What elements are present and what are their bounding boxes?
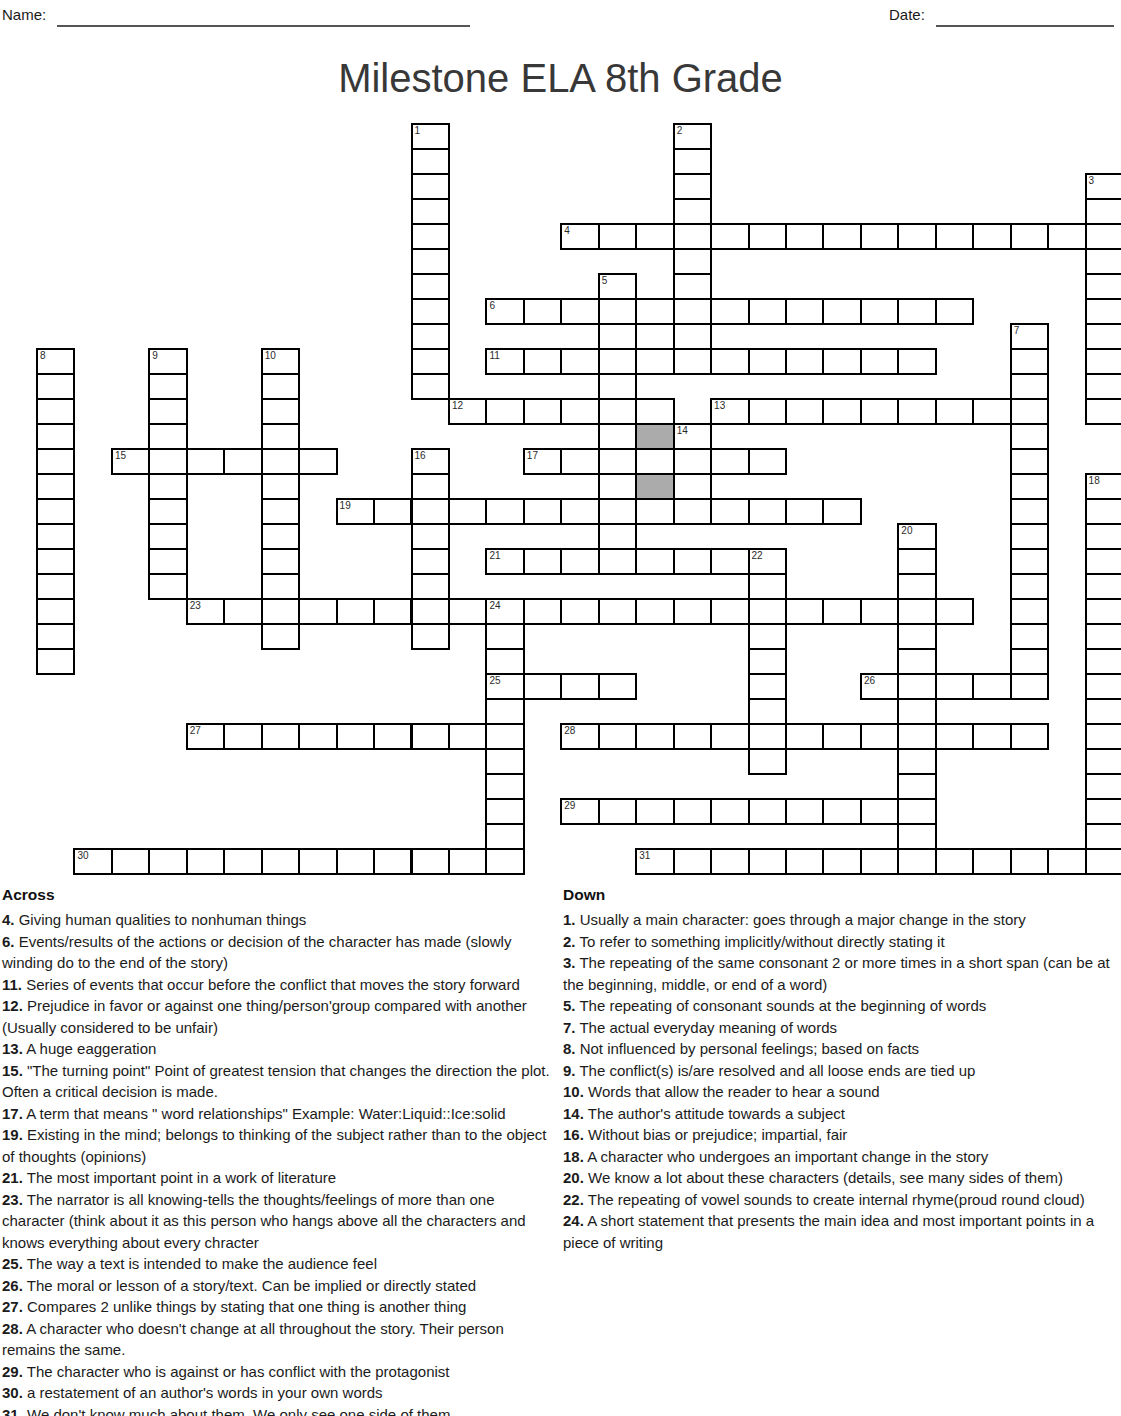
grid-cell[interactable] [411,248,450,275]
grid-cell[interactable] [748,398,787,425]
grid-cell[interactable] [748,673,787,700]
grid-cell[interactable] [785,348,824,375]
grid-cell[interactable] [1010,548,1049,575]
grid-cell[interactable] [748,223,787,250]
grid-cell[interactable] [935,398,974,425]
grid-cell[interactable] [935,723,974,750]
grid-cell[interactable] [261,523,300,550]
grid-cell[interactable] [635,398,674,425]
grid-cell[interactable] [1085,723,1121,750]
grid-cell[interactable] [411,473,450,500]
grid-cell[interactable] [785,798,824,825]
grid-cell[interactable] [673,598,712,625]
grid-cell[interactable] [897,823,936,850]
grid-cell[interactable]: 3 [1085,173,1121,200]
grid-cell[interactable] [822,398,861,425]
grid-cell[interactable]: 4 [560,223,599,250]
grid-cell[interactable] [1085,523,1121,550]
grid-cell[interactable] [560,598,599,625]
grid-cell[interactable] [748,848,787,875]
grid-cell[interactable] [485,623,524,650]
grid-cell[interactable] [635,598,674,625]
grid-cell[interactable] [261,598,300,625]
grid-cell[interactable] [748,348,787,375]
grid-cell[interactable] [748,648,787,675]
grid-cell[interactable] [111,848,150,875]
grid-cell[interactable] [673,198,712,225]
grid-cell[interactable] [1010,398,1049,425]
grid-cell[interactable]: 28 [560,723,599,750]
grid-cell[interactable] [598,548,637,575]
grid-cell[interactable]: 18 [1085,473,1121,500]
grid-cell[interactable] [1047,223,1086,250]
grid-cell[interactable] [36,523,75,550]
grid-cell[interactable]: 16 [411,448,450,475]
grid-cell[interactable] [261,423,300,450]
grid-cell[interactable] [860,598,899,625]
grid-cell[interactable]: 25 [485,673,524,700]
grid-cell[interactable] [373,848,412,875]
grid-cell[interactable] [972,398,1011,425]
grid-cell[interactable] [560,398,599,425]
grid-cell[interactable] [897,848,936,875]
grid-cell[interactable] [1010,723,1049,750]
grid-cell[interactable] [261,623,300,650]
grid-cell[interactable] [261,723,300,750]
grid-cell[interactable] [1010,623,1049,650]
grid-cell[interactable] [1085,198,1121,225]
grid-cell[interactable] [673,348,712,375]
grid-cell[interactable] [598,323,637,350]
grid-cell[interactable] [897,723,936,750]
grid-cell[interactable] [635,448,674,475]
grid-cell[interactable]: 27 [186,723,225,750]
grid-cell[interactable] [411,523,450,550]
grid-cell[interactable] [822,223,861,250]
grid-cell[interactable] [673,498,712,525]
grid-cell[interactable] [523,348,562,375]
grid-cell[interactable] [485,798,524,825]
grid-cell[interactable] [1085,298,1121,325]
grid-cell[interactable] [748,698,787,725]
grid-cell[interactable] [411,848,450,875]
grid-cell[interactable] [972,848,1011,875]
grid-cell[interactable]: 15 [111,448,150,475]
grid-cell[interactable] [1085,248,1121,275]
grid-cell[interactable] [598,673,637,700]
grid-cell[interactable] [298,598,337,625]
grid-cell[interactable] [36,473,75,500]
grid-cell[interactable]: 9 [148,348,187,375]
grid-cell[interactable] [411,223,450,250]
grid-cell[interactable] [485,648,524,675]
grid-cell[interactable] [710,723,749,750]
grid-cell[interactable]: 14 [673,423,712,450]
grid-cell[interactable] [411,548,450,575]
grid-cell[interactable] [1085,648,1121,675]
grid-cell[interactable] [748,748,787,775]
grid-cell[interactable] [673,473,712,500]
grid-cell[interactable] [1010,573,1049,600]
grid-cell[interactable] [523,298,562,325]
grid-cell[interactable] [1085,848,1121,875]
grid-cell[interactable] [523,498,562,525]
grid-cell[interactable] [223,448,262,475]
grid-cell[interactable] [935,848,974,875]
grid-cell[interactable] [897,798,936,825]
grid-cell[interactable] [36,373,75,400]
grid-cell[interactable] [673,798,712,825]
grid-cell[interactable] [261,448,300,475]
grid-cell[interactable] [1085,598,1121,625]
grid-cell[interactable] [36,423,75,450]
grid-cell[interactable] [261,498,300,525]
grid-cell[interactable]: 7 [1010,323,1049,350]
grid-cell[interactable] [485,773,524,800]
grid-cell[interactable] [485,498,524,525]
grid-cell[interactable]: 12 [448,398,487,425]
grid-cell[interactable] [710,548,749,575]
grid-cell[interactable] [411,623,450,650]
grid-cell[interactable] [635,298,674,325]
grid-cell[interactable] [748,498,787,525]
grid-cell[interactable]: 8 [36,348,75,375]
grid-cell[interactable] [897,398,936,425]
grid-cell[interactable] [897,573,936,600]
grid-cell[interactable] [860,298,899,325]
grid-cell[interactable] [148,473,187,500]
grid-cell[interactable] [523,548,562,575]
grid-cell[interactable] [822,848,861,875]
grid-cell[interactable] [710,798,749,825]
grid-cell[interactable] [1085,773,1121,800]
grid-cell[interactable] [485,748,524,775]
grid-cell[interactable] [560,448,599,475]
grid-cell[interactable]: 30 [73,848,112,875]
grid-cell[interactable] [785,498,824,525]
grid-cell[interactable]: 26 [860,673,899,700]
grid-cell[interactable] [860,348,899,375]
grid-cell[interactable] [897,298,936,325]
grid-cell[interactable] [897,698,936,725]
grid-cell[interactable] [1010,373,1049,400]
grid-cell[interactable] [748,798,787,825]
grid-cell[interactable] [785,298,824,325]
grid-cell[interactable] [1047,848,1086,875]
grid-cell[interactable] [785,723,824,750]
grid-cell[interactable] [897,598,936,625]
grid-cell[interactable] [860,798,899,825]
grid-cell[interactable] [598,423,637,450]
grid-cell[interactable] [523,673,562,700]
grid-cell[interactable] [1085,623,1121,650]
grid-cell[interactable] [485,823,524,850]
grid-cell[interactable] [1085,548,1121,575]
grid-cell[interactable] [336,598,375,625]
grid-cell[interactable] [972,223,1011,250]
grid-cell[interactable] [598,398,637,425]
grid-cell[interactable] [36,598,75,625]
grid-cell[interactable] [673,148,712,175]
grid-cell[interactable]: 6 [485,298,524,325]
grid-cell[interactable] [860,723,899,750]
grid-cell[interactable] [223,598,262,625]
grid-cell[interactable] [897,773,936,800]
grid-cell[interactable] [1085,498,1121,525]
grid-cell[interactable] [972,723,1011,750]
grid-cell[interactable] [598,498,637,525]
grid-cell[interactable] [560,548,599,575]
grid-cell[interactable] [411,148,450,175]
grid-cell[interactable] [598,723,637,750]
grid-cell[interactable] [373,723,412,750]
grid-cell[interactable] [148,448,187,475]
grid-cell[interactable] [36,623,75,650]
grid-cell[interactable] [673,173,712,200]
grid-cell[interactable] [223,723,262,750]
grid-cell[interactable] [523,598,562,625]
grid-cell[interactable] [710,223,749,250]
grid-cell[interactable] [148,423,187,450]
grid-cell[interactable] [635,723,674,750]
grid-cell[interactable] [485,723,524,750]
grid-cell[interactable]: 2 [673,123,712,150]
grid-cell[interactable] [673,848,712,875]
grid-cell[interactable] [36,398,75,425]
grid-cell[interactable] [822,798,861,825]
grid-cell[interactable] [673,273,712,300]
grid-cell[interactable] [560,673,599,700]
grid-cell[interactable] [1085,798,1121,825]
grid-cell[interactable] [298,723,337,750]
grid-cell[interactable] [411,273,450,300]
grid-cell[interactable] [673,323,712,350]
grid-cell[interactable] [186,448,225,475]
grid-cell[interactable] [223,848,262,875]
grid-cell[interactable] [148,498,187,525]
grid-cell[interactable] [1010,473,1049,500]
grid-cell[interactable] [411,573,450,600]
grid-cell[interactable] [972,673,1011,700]
grid-cell[interactable]: 24 [485,598,524,625]
grid-cell[interactable] [1010,423,1049,450]
grid-cell[interactable] [748,723,787,750]
grid-cell[interactable] [710,448,749,475]
grid-cell[interactable] [822,598,861,625]
grid-cell[interactable] [598,223,637,250]
grid-cell[interactable] [261,473,300,500]
grid-cell[interactable] [673,448,712,475]
grid-cell[interactable] [448,498,487,525]
grid-cell[interactable] [1010,348,1049,375]
grid-cell[interactable] [1010,673,1049,700]
grid-cell[interactable] [485,698,524,725]
grid-cell[interactable]: 5 [598,273,637,300]
grid-cell[interactable] [261,373,300,400]
grid-cell[interactable]: 10 [261,348,300,375]
grid-cell[interactable] [598,348,637,375]
grid-cell[interactable]: 23 [186,598,225,625]
grid-cell[interactable] [897,348,936,375]
grid-cell[interactable] [261,573,300,600]
grid-cell[interactable] [935,673,974,700]
grid-cell[interactable] [298,448,337,475]
grid-cell[interactable] [411,373,450,400]
grid-cell[interactable] [1085,673,1121,700]
grid-cell[interactable] [36,573,75,600]
grid-cell[interactable] [411,498,450,525]
grid-cell[interactable] [635,223,674,250]
grid-cell[interactable] [523,398,562,425]
grid-cell[interactable] [748,573,787,600]
grid-cell[interactable] [1085,273,1121,300]
grid-cell[interactable] [411,598,450,625]
grid-cell[interactable] [1085,398,1121,425]
grid-cell[interactable] [710,598,749,625]
grid-cell[interactable] [261,398,300,425]
grid-cell[interactable]: 29 [560,798,599,825]
grid-cell[interactable] [148,523,187,550]
grid-cell[interactable] [635,348,674,375]
grid-cell[interactable] [822,348,861,375]
grid-cell[interactable] [1085,323,1121,350]
grid-cell[interactable] [710,348,749,375]
grid-cell[interactable] [598,448,637,475]
grid-cell[interactable] [598,523,637,550]
grid-cell[interactable] [560,498,599,525]
grid-cell[interactable]: 17 [523,448,562,475]
grid-cell[interactable] [36,548,75,575]
grid-cell[interactable] [822,723,861,750]
grid-cell[interactable] [748,298,787,325]
grid-cell[interactable] [448,723,487,750]
grid-cell[interactable] [785,848,824,875]
grid-cell[interactable] [897,623,936,650]
grid-cell[interactable] [1085,573,1121,600]
grid-cell[interactable] [261,848,300,875]
grid-cell[interactable] [673,298,712,325]
grid-cell[interactable] [935,298,974,325]
grid-cell[interactable] [448,848,487,875]
grid-cell[interactable] [598,473,637,500]
grid-cell[interactable] [860,848,899,875]
grid-cell[interactable] [897,548,936,575]
grid-cell[interactable] [785,223,824,250]
grid-cell[interactable] [598,298,637,325]
grid-cell[interactable]: 1 [411,123,450,150]
grid-cell[interactable] [560,348,599,375]
grid-cell[interactable]: 21 [485,548,524,575]
grid-cell[interactable] [1010,498,1049,525]
grid-cell[interactable] [373,598,412,625]
grid-cell[interactable] [598,598,637,625]
grid-cell[interactable] [411,173,450,200]
grid-cell[interactable] [598,373,637,400]
grid-cell[interactable] [298,848,337,875]
grid-cell[interactable]: 13 [710,398,749,425]
grid-cell[interactable] [785,398,824,425]
grid-cell[interactable] [897,648,936,675]
grid-cell[interactable] [336,848,375,875]
grid-cell[interactable] [935,598,974,625]
grid-cell[interactable] [822,298,861,325]
grid-cell[interactable] [1085,373,1121,400]
grid-cell[interactable] [860,223,899,250]
grid-cell[interactable] [1010,523,1049,550]
grid-cell[interactable] [148,573,187,600]
grid-cell[interactable] [36,448,75,475]
grid-cell[interactable] [822,498,861,525]
grid-cell[interactable] [411,323,450,350]
grid-cell[interactable] [860,398,899,425]
grid-cell[interactable] [897,223,936,250]
grid-cell[interactable] [148,848,187,875]
grid-cell[interactable] [748,448,787,475]
grid-cell[interactable] [1085,698,1121,725]
grid-cell[interactable] [1085,823,1121,850]
grid-cell[interactable] [897,748,936,775]
grid-cell[interactable] [1010,848,1049,875]
grid-cell[interactable] [36,648,75,675]
grid-cell[interactable] [1085,223,1121,250]
grid-cell[interactable]: 31 [635,848,674,875]
grid-cell[interactable] [673,248,712,275]
grid-cell[interactable] [1010,598,1049,625]
grid-cell[interactable] [261,548,300,575]
grid-cell[interactable] [748,598,787,625]
grid-cell[interactable] [148,398,187,425]
grid-cell[interactable] [673,723,712,750]
grid-cell[interactable] [673,548,712,575]
grid-cell[interactable] [336,723,375,750]
grid-cell[interactable] [635,548,674,575]
grid-cell[interactable] [148,373,187,400]
grid-cell[interactable] [935,223,974,250]
grid-cell[interactable] [710,498,749,525]
grid-cell[interactable] [448,598,487,625]
grid-cell[interactable]: 22 [748,548,787,575]
grid-cell[interactable] [635,798,674,825]
grid-cell[interactable] [710,848,749,875]
grid-cell[interactable] [673,223,712,250]
grid-cell[interactable] [148,548,187,575]
grid-cell[interactable] [485,848,524,875]
grid-cell[interactable] [411,348,450,375]
grid-cell[interactable]: 20 [897,523,936,550]
grid-cell[interactable] [897,673,936,700]
grid-cell[interactable]: 11 [485,348,524,375]
grid-cell[interactable] [1010,223,1049,250]
grid-cell[interactable] [1085,748,1121,775]
grid-cell[interactable] [485,398,524,425]
grid-cell[interactable] [560,298,599,325]
grid-cell[interactable] [373,498,412,525]
grid-cell[interactable] [1010,648,1049,675]
grid-cell[interactable] [186,848,225,875]
grid-cell[interactable] [411,298,450,325]
grid-cell[interactable] [1085,348,1121,375]
grid-cell[interactable] [748,623,787,650]
grid-cell[interactable]: 19 [336,498,375,525]
grid-cell[interactable] [411,198,450,225]
grid-cell[interactable] [710,298,749,325]
grid-cell[interactable] [1010,448,1049,475]
grid-cell[interactable] [36,498,75,525]
grid-cell[interactable] [785,598,824,625]
grid-cell[interactable] [411,723,450,750]
grid-cell[interactable] [598,798,637,825]
grid-cell[interactable] [635,498,674,525]
